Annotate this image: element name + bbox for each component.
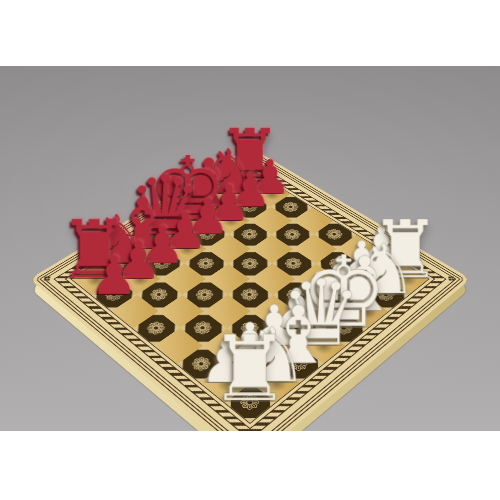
corner-ornament-icon: ❖ [36,271,59,287]
letterbox-bottom [0,431,500,500]
letterbox-top [0,0,500,66]
scene: ❖ ❖ ❖ ❖ ♜❁♞♝❁♛♚❁♝♞❁♜❁♟♟❁♟♟❁♟♟❁♟♟❁❁❁❁❁❁❁❁… [0,66,500,431]
corner-ornament-icon: ❖ [441,271,464,287]
chess-board: ❖ ❖ ❖ ❖ ♜❁♞♝❁♛♚❁♝♞❁♜❁♟♟❁♟♟❁♟♟❁♟♟❁❁❁❁❁❁❁❁… [29,147,470,431]
red-pawn[interactable]: ♟ [90,250,137,303]
photo-frame: ❖ ❖ ❖ ❖ ♜❁♞♝❁♛♚❁♝♞❁♜❁♟♟❁♟♟❁♟♟❁♟♟❁❁❁❁❁❁❁❁… [0,0,500,500]
studio-backdrop: ❖ ❖ ❖ ❖ ♜❁♞♝❁♛♚❁♝♞❁♜❁♟♟❁♟♟❁♟♟❁♟♟❁❁❁❁❁❁❁❁… [0,66,500,431]
board-face: ❖ ❖ ❖ ❖ ♜❁♞♝❁♛♚❁♝♞❁♜❁♟♟❁♟♟❁♟♟❁♟♟❁❁❁❁❁❁❁❁… [29,147,470,431]
white-rook[interactable]: ♜ [209,325,290,416]
